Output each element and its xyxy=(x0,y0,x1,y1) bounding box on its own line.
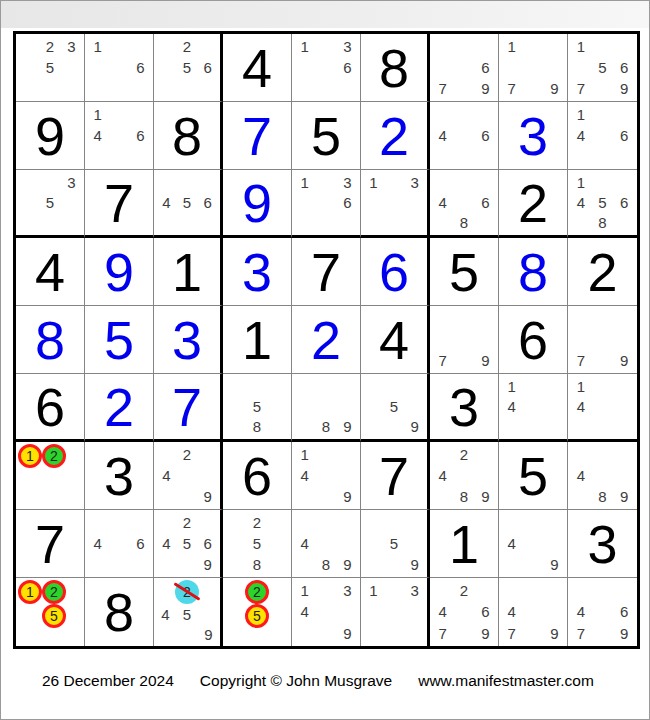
candidate-digit: 4 xyxy=(161,607,169,622)
pencilmark-slot-2 xyxy=(522,512,543,533)
pencilmark-slot-4: 4 xyxy=(501,533,522,554)
pencilmark-slot-7 xyxy=(225,417,246,437)
candidate-digit: 9 xyxy=(343,489,351,504)
solved-digit: 3 xyxy=(223,238,291,305)
pencilmark-slot-8: 8 xyxy=(592,486,614,507)
pencilmark-slot-5 xyxy=(315,396,336,416)
pencilmarks: 12 xyxy=(18,444,82,507)
cell-r4c3[interactable]: 1 xyxy=(154,238,223,306)
pencilmark-slot-4 xyxy=(501,57,522,78)
candidate-digit: 7 xyxy=(577,81,585,96)
cell-r1c8[interactable]: 179 xyxy=(499,34,568,102)
pencilmark-slot-7 xyxy=(87,146,108,167)
cell-r5c4[interactable]: 1 xyxy=(223,306,292,374)
pencilmark-slot-8 xyxy=(453,146,474,167)
candidate-digit: 1 xyxy=(26,585,34,599)
given-digit: 4 xyxy=(16,238,84,305)
pencilmark-slot-9 xyxy=(66,488,82,508)
cell-r9c9[interactable]: 4679 xyxy=(568,578,637,646)
pencilmark-slot-4 xyxy=(18,192,39,212)
pencilmark-slot-2 xyxy=(592,104,614,125)
pencilmark-slot-6: 6 xyxy=(613,57,635,78)
pencilmark-slot-3 xyxy=(268,376,289,396)
pencilmark-slot-1 xyxy=(156,172,177,192)
candidate-digit: 6 xyxy=(136,536,144,551)
cell-r7c5[interactable]: 149 xyxy=(292,442,361,510)
cell-r3c8[interactable]: 2 xyxy=(499,170,568,238)
cell-r8c6[interactable]: 59 xyxy=(361,510,430,578)
pencilmark-slot-4 xyxy=(156,57,177,78)
cell-r2c7[interactable]: 46 xyxy=(430,102,499,170)
given-digit: 7 xyxy=(292,238,360,305)
pencilmark-slot-2 xyxy=(522,580,543,601)
cell-r3c2[interactable]: 7 xyxy=(85,170,154,238)
green-mark-circle: 2 xyxy=(42,444,66,468)
candidate-digit: 5 xyxy=(253,536,261,551)
pencilmark-slot-8 xyxy=(315,486,336,507)
pencilmark-slot-7 xyxy=(294,417,315,437)
pencilmark-slot-4: 4 xyxy=(570,192,592,212)
pencilmark-slot-1 xyxy=(432,36,453,57)
pencilmarks: 489 xyxy=(294,512,358,575)
cell-r7c9[interactable]: 489 xyxy=(568,442,637,510)
pencilmark-slot-7 xyxy=(501,554,522,575)
candidate-digit: 1 xyxy=(93,39,101,54)
cell-r4c2[interactable]: 9 xyxy=(85,238,154,306)
pencilmark-slot-8 xyxy=(39,78,60,99)
cell-r2c9[interactable]: 146 xyxy=(568,102,637,170)
pencilmark-slot-5 xyxy=(315,192,336,212)
pencilmark-slot-9 xyxy=(66,628,82,644)
pencilmark-slot-3 xyxy=(199,580,218,604)
pencilmark-slot-7: 7 xyxy=(432,623,453,644)
pencilmarks: 136 xyxy=(294,36,358,99)
cell-r6c7[interactable]: 3 xyxy=(430,374,499,442)
pencilmark-slot-7 xyxy=(18,488,42,508)
pencilmarks: 13 xyxy=(363,172,425,233)
pencilmark-slot-5: 5 xyxy=(39,192,60,212)
pencilmark-slot-1 xyxy=(156,512,177,533)
pencilmark-slot-9: 9 xyxy=(613,623,635,644)
pencilmark-slot-6 xyxy=(404,533,425,554)
pencilmark-slot-6 xyxy=(337,601,358,622)
cell-r6c3[interactable]: 7 xyxy=(154,374,223,442)
pencilmarks: 79 xyxy=(570,308,635,371)
cell-r8c2[interactable]: 46 xyxy=(85,510,154,578)
candidate-digit: 6 xyxy=(481,195,489,210)
pencilmark-slot-3 xyxy=(613,104,635,125)
cell-r4c1[interactable]: 4 xyxy=(16,238,85,306)
pencilmark-slot-2: 2 xyxy=(42,444,66,468)
candidate-digit: 6 xyxy=(620,60,628,75)
pencilmark-slot-4: 4 xyxy=(156,604,175,624)
pencilmark-slot-2 xyxy=(384,580,405,601)
pencilmark-slot-4: 4 xyxy=(432,192,453,212)
pencilmark-slot-1 xyxy=(501,512,522,533)
cell-r3c7[interactable]: 468 xyxy=(430,170,499,238)
cell-r9c7[interactable]: 24679 xyxy=(430,578,499,646)
pencilmark-slot-9 xyxy=(197,78,218,99)
candidate-digit: 4 xyxy=(162,536,170,551)
pencilmark-slot-4: 4 xyxy=(432,465,453,486)
cell-r4c4[interactable]: 3 xyxy=(223,238,292,306)
candidate-digit: 4 xyxy=(300,468,308,483)
pencilmark-slot-9: 9 xyxy=(199,624,218,644)
pencilmark-slot-6: 6 xyxy=(197,192,218,212)
cell-r7c7[interactable]: 2489 xyxy=(430,442,499,510)
pencilmark-slot-5 xyxy=(108,57,129,78)
cell-r8c4[interactable]: 258 xyxy=(223,510,292,578)
pencilmark-slot-2: 2 xyxy=(39,36,60,57)
candidate-digit: 5 xyxy=(253,609,261,623)
pencilmark-slot-7: 7 xyxy=(570,350,592,371)
candidate-digit: 5 xyxy=(183,60,191,75)
pencilmark-slot-9 xyxy=(197,213,218,233)
pencilmark-slot-2 xyxy=(453,172,474,192)
cell-r7c6[interactable]: 7 xyxy=(361,442,430,510)
pencilmark-slot-8 xyxy=(108,146,129,167)
cell-r4c8[interactable]: 8 xyxy=(499,238,568,306)
cell-r9c4[interactable]: 25 xyxy=(223,578,292,646)
candidate-digit: 2 xyxy=(460,447,468,462)
pencilmark-slot-7 xyxy=(87,78,108,99)
pencilmark-slot-7 xyxy=(156,213,177,233)
pencilmark-slot-5: 5 xyxy=(42,604,66,628)
pencilmark-slot-9 xyxy=(404,213,425,233)
candidate-digit: 4 xyxy=(438,604,446,619)
given-digit: 3 xyxy=(430,374,498,439)
pencilmarks: 146 xyxy=(570,104,635,167)
cell-r7c2[interactable]: 3 xyxy=(85,442,154,510)
pencilmark-slot-9: 9 xyxy=(404,417,425,437)
candidate-digit: 1 xyxy=(577,379,585,394)
cell-r6c8[interactable]: 14 xyxy=(499,374,568,442)
candidate-digit: 6 xyxy=(620,128,628,143)
cell-r3c9[interactable]: 14568 xyxy=(568,170,637,238)
candidate-digit: 9 xyxy=(481,353,489,368)
solved-digit: 2 xyxy=(85,374,153,439)
given-digit: 7 xyxy=(85,170,153,235)
pencilmark-slot-5 xyxy=(592,125,614,146)
pencilmark-slot-7 xyxy=(87,554,108,575)
cell-r6c4[interactable]: 58 xyxy=(223,374,292,442)
cell-r5c7[interactable]: 79 xyxy=(430,306,499,374)
pencilmark-slot-5 xyxy=(592,329,614,350)
pencilmark-slot-8 xyxy=(315,213,336,233)
candidate-digit: 1 xyxy=(300,39,308,54)
cell-r8c7[interactable]: 1 xyxy=(430,510,499,578)
cell-r5c6[interactable]: 4 xyxy=(361,306,430,374)
pencilmark-slot-6 xyxy=(199,604,218,624)
cell-r8c3[interactable]: 24569 xyxy=(154,510,223,578)
pencilmark-slot-4 xyxy=(18,468,42,488)
pencilmark-slot-4 xyxy=(87,57,108,78)
cell-r6c9[interactable]: 14 xyxy=(568,374,637,442)
pencilmarks: 146 xyxy=(87,104,151,167)
cell-r9c8[interactable]: 479 xyxy=(499,578,568,646)
pencilmark-slot-1: 1 xyxy=(570,104,592,125)
cell-r5c8[interactable]: 6 xyxy=(499,306,568,374)
cell-r7c3[interactable]: 249 xyxy=(154,442,223,510)
cell-r7c4[interactable]: 6 xyxy=(223,442,292,510)
solved-digit: 2 xyxy=(292,306,360,373)
pencilmark-slot-9: 9 xyxy=(404,554,425,575)
solved-digit: 5 xyxy=(85,306,153,373)
pencilmark-slot-5 xyxy=(384,192,405,212)
pencilmark-slot-8 xyxy=(592,78,614,99)
pencilmark-slot-5 xyxy=(177,465,198,486)
pencilmark-slot-3 xyxy=(269,580,289,604)
pencilmark-slot-3 xyxy=(613,36,635,57)
pencilmark-slot-8 xyxy=(592,146,614,167)
pencilmark-slot-7 xyxy=(570,213,592,233)
pencilmarks: 46 xyxy=(87,512,151,575)
cell-r5c9[interactable]: 79 xyxy=(568,306,637,374)
pencilmark-slot-1 xyxy=(294,376,315,396)
pencilmark-slot-7 xyxy=(225,628,245,644)
pencilmark-slot-3 xyxy=(268,512,289,533)
pencilmark-slot-1 xyxy=(156,36,177,57)
candidate-digit: 5 xyxy=(598,60,606,75)
candidate-digit: 4 xyxy=(300,604,308,619)
pencilmark-slot-2 xyxy=(246,376,267,396)
cell-r5c5[interactable]: 2 xyxy=(292,306,361,374)
pencilmarks: 15679 xyxy=(570,36,635,99)
cell-r4c5[interactable]: 7 xyxy=(292,238,361,306)
pencilmarks: 149 xyxy=(294,444,358,507)
given-digit: 4 xyxy=(223,34,291,101)
pencilmark-slot-4: 4 xyxy=(294,601,315,622)
pencilmark-slot-9: 9 xyxy=(613,486,635,507)
pencilmark-slot-7 xyxy=(501,417,522,437)
pencilmark-slot-4: 4 xyxy=(570,601,592,622)
cell-r9c1[interactable]: 125 xyxy=(16,578,85,646)
pencilmark-slot-3 xyxy=(130,36,151,57)
candidate-digit: 4 xyxy=(300,536,308,551)
cell-r7c1[interactable]: 12 xyxy=(16,442,85,510)
candidate-digit: 4 xyxy=(577,195,585,210)
pencilmark-slot-6 xyxy=(475,465,496,486)
pencilmark-slot-2: 2 xyxy=(177,36,198,57)
cell-r7c8[interactable]: 5 xyxy=(499,442,568,510)
pencilmark-slot-6 xyxy=(268,533,289,554)
candidate-digit: 2 xyxy=(183,515,191,530)
cell-r1c6[interactable]: 8 xyxy=(361,34,430,102)
pencilmark-slot-9 xyxy=(269,628,289,644)
pencilmark-slot-1 xyxy=(432,104,453,125)
candidate-digit: 7 xyxy=(507,626,515,641)
cell-r2c1[interactable]: 9 xyxy=(16,102,85,170)
pencilmark-slot-5 xyxy=(522,57,543,78)
cell-r3c4[interactable]: 9 xyxy=(223,170,292,238)
top-strip xyxy=(1,1,649,28)
pencilmark-slot-7 xyxy=(363,213,384,233)
pencilmarks: 14568 xyxy=(570,172,635,233)
pencilmark-slot-3 xyxy=(475,308,496,329)
pencilmark-slot-3 xyxy=(544,580,565,601)
pencilmark-slot-8 xyxy=(175,624,199,644)
candidate-digit: 1 xyxy=(369,175,377,190)
pencilmarks: 1349 xyxy=(294,580,358,644)
cell-r4c6[interactable]: 6 xyxy=(361,238,430,306)
pencilmark-slot-9: 9 xyxy=(613,78,635,99)
pencilmark-slot-3: 3 xyxy=(337,580,358,601)
candidate-digit: 5 xyxy=(50,609,58,623)
candidate-digit: 3 xyxy=(410,583,418,598)
pencilmark-slot-2 xyxy=(592,308,614,329)
pencilmark-slot-1: 1 xyxy=(87,36,108,57)
cell-r6c1[interactable]: 6 xyxy=(16,374,85,442)
pencilmark-slot-2 xyxy=(592,172,614,192)
candidate-digit: 9 xyxy=(620,489,628,504)
pencilmark-slot-3 xyxy=(475,172,496,192)
pencilmark-slot-8 xyxy=(522,78,543,99)
pencilmarks: 49 xyxy=(501,512,565,575)
pencilmark-slot-4: 4 xyxy=(570,465,592,486)
candidate-digit: 6 xyxy=(203,195,211,210)
pencilmark-slot-3 xyxy=(337,444,358,465)
candidate-digit: 9 xyxy=(410,557,418,572)
cell-r9c5[interactable]: 1349 xyxy=(292,578,361,646)
pencilmark-slot-5: 5 xyxy=(384,533,405,554)
pencilmark-slot-1 xyxy=(570,444,592,465)
pencilmark-slot-3 xyxy=(197,512,218,533)
pencilmark-slot-6: 6 xyxy=(337,57,358,78)
cell-r3c6[interactable]: 13 xyxy=(361,170,430,238)
cell-r9c2[interactable]: 8 xyxy=(85,578,154,646)
candidate-digit: 4 xyxy=(507,399,515,414)
pencilmark-slot-7: 7 xyxy=(432,350,453,371)
candidate-digit: 5 xyxy=(390,399,398,414)
solved-digit: 3 xyxy=(499,102,567,169)
pencilmark-slot-5: 5 xyxy=(177,533,198,554)
candidate-digit: 4 xyxy=(93,128,101,143)
pencilmark-slot-7: 7 xyxy=(570,78,592,99)
pencilmark-slot-8 xyxy=(245,628,269,644)
pencilmark-slot-2: 2 xyxy=(177,512,198,533)
cell-r1c5[interactable]: 136 xyxy=(292,34,361,102)
cell-r1c3[interactable]: 256 xyxy=(154,34,223,102)
pencilmark-slot-7 xyxy=(18,213,39,233)
pencilmark-slot-3 xyxy=(337,512,358,533)
cell-r2c5[interactable]: 5 xyxy=(292,102,361,170)
cell-r2c8[interactable]: 3 xyxy=(499,102,568,170)
pencilmark-slot-5 xyxy=(453,329,474,350)
cell-r5c2[interactable]: 5 xyxy=(85,306,154,374)
pencilmark-slot-6 xyxy=(404,601,425,622)
cell-r8c5[interactable]: 489 xyxy=(292,510,361,578)
pencilmark-slot-2 xyxy=(592,580,614,601)
pencilmark-slot-1: 1 xyxy=(18,444,42,468)
pencilmark-slot-6 xyxy=(337,465,358,486)
given-digit: 2 xyxy=(568,238,637,305)
pencilmark-slot-6: 6 xyxy=(613,125,635,146)
candidate-digit: 7 xyxy=(438,353,446,368)
candidate-digit: 8 xyxy=(253,419,261,434)
pencilmarks: 4679 xyxy=(570,580,635,644)
pencilmark-slot-8 xyxy=(592,350,614,371)
pencilmark-slot-9 xyxy=(475,146,496,167)
pencilmark-slot-9 xyxy=(613,417,635,437)
pencilmark-slot-3 xyxy=(613,376,635,396)
pencilmark-slot-9 xyxy=(268,417,289,437)
cell-r5c3[interactable]: 3 xyxy=(154,306,223,374)
cell-r3c3[interactable]: 456 xyxy=(154,170,223,238)
pencilmark-slot-9: 9 xyxy=(544,623,565,644)
cell-r5c1[interactable]: 8 xyxy=(16,306,85,374)
candidate-digit: 5 xyxy=(390,536,398,551)
pencilmark-slot-8 xyxy=(177,78,198,99)
pencilmark-slot-9 xyxy=(130,78,151,99)
pencilmarks: 59 xyxy=(363,512,425,575)
pencilmark-slot-7 xyxy=(294,213,315,233)
cell-r8c9[interactable]: 3 xyxy=(568,510,637,578)
cell-r4c9[interactable]: 2 xyxy=(568,238,637,306)
pencilmark-slot-4 xyxy=(294,192,315,212)
green-mark-circle: 2 xyxy=(245,580,269,604)
cell-r6c2[interactable]: 2 xyxy=(85,374,154,442)
cell-r8c1[interactable]: 7 xyxy=(16,510,85,578)
solved-digit: 3 xyxy=(154,306,220,373)
pencilmark-slot-3 xyxy=(475,36,496,57)
cell-r8c8[interactable]: 49 xyxy=(499,510,568,578)
cell-r9c6[interactable]: 13 xyxy=(361,578,430,646)
candidate-digit: 9 xyxy=(620,353,628,368)
cell-r1c9[interactable]: 15679 xyxy=(568,34,637,102)
pencilmark-slot-5: 5 xyxy=(175,604,199,624)
cell-r1c2[interactable]: 16 xyxy=(85,34,154,102)
candidate-digit: 5 xyxy=(183,607,191,622)
cell-r2c2[interactable]: 146 xyxy=(85,102,154,170)
candidate-digit: 1 xyxy=(507,379,515,394)
pencilmark-slot-4 xyxy=(363,192,384,212)
cell-r1c7[interactable]: 679 xyxy=(430,34,499,102)
cell-r3c1[interactable]: 35 xyxy=(16,170,85,238)
pencilmark-slot-7: 7 xyxy=(501,623,522,644)
pencilmarks: 456 xyxy=(156,172,218,233)
given-digit: 3 xyxy=(85,442,153,509)
cell-r1c4[interactable]: 4 xyxy=(223,34,292,102)
cell-r6c6[interactable]: 59 xyxy=(361,374,430,442)
candidate-digit: 9 xyxy=(343,626,351,641)
cell-r2c4[interactable]: 7 xyxy=(223,102,292,170)
pencilmark-slot-7 xyxy=(156,486,177,507)
given-digit: 4 xyxy=(361,306,427,373)
given-digit: 5 xyxy=(430,238,498,305)
pencilmark-slot-6 xyxy=(66,468,82,488)
cell-r2c3[interactable]: 8 xyxy=(154,102,223,170)
cell-r4c7[interactable]: 5 xyxy=(430,238,499,306)
pencilmark-slot-2 xyxy=(453,36,474,57)
pencilmark-slot-3 xyxy=(544,36,565,57)
cell-r3c5[interactable]: 136 xyxy=(292,170,361,238)
cell-r6c5[interactable]: 89 xyxy=(292,374,361,442)
pencilmark-slot-5 xyxy=(453,192,474,212)
cell-r2c6[interactable]: 2 xyxy=(361,102,430,170)
pencilmark-slot-8: 8 xyxy=(315,417,336,437)
pencilmark-slot-9: 9 xyxy=(337,486,358,507)
pencilmark-slot-1 xyxy=(501,580,522,601)
pencilmark-slot-6 xyxy=(61,57,82,78)
candidate-digit: 1 xyxy=(300,447,308,462)
pencilmark-slot-3 xyxy=(130,104,151,125)
cell-r9c3[interactable]: 2459 xyxy=(154,578,223,646)
pencilmark-slot-2: 2 xyxy=(245,580,269,604)
cell-r1c1[interactable]: 235 xyxy=(16,34,85,102)
pencilmark-slot-3 xyxy=(337,376,358,396)
pencilmark-slot-5: 5 xyxy=(592,192,614,212)
pencilmark-slot-3 xyxy=(544,376,565,396)
